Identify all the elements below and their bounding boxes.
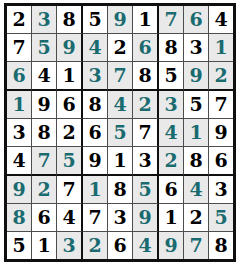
cell-r7c6[interactable]: 5: [133, 176, 159, 204]
cell-r1c9[interactable]: 4: [209, 6, 233, 34]
cell-r1c1[interactable]: 2: [7, 6, 32, 34]
cell-r7c4[interactable]: 1: [83, 176, 108, 204]
cell-r3c1[interactable]: 6: [7, 62, 32, 91]
cell-r7c2[interactable]: 2: [32, 176, 57, 204]
cell-r6c5[interactable]: 1: [108, 147, 133, 176]
cell-r9c7[interactable]: 9: [159, 232, 184, 259]
cell-r2c8[interactable]: 3: [184, 34, 209, 62]
cell-r8c2[interactable]: 6: [32, 204, 57, 232]
cell-r8c4[interactable]: 7: [83, 204, 108, 232]
cell-r9c1[interactable]: 5: [7, 232, 32, 259]
cell-r7c3[interactable]: 7: [57, 176, 83, 204]
cell-r4c5[interactable]: 4: [108, 91, 133, 119]
cell-r5c3[interactable]: 2: [57, 119, 83, 147]
cell-r8c1[interactable]: 8: [7, 204, 32, 232]
cell-r7c5[interactable]: 8: [108, 176, 133, 204]
cell-r8c7[interactable]: 1: [159, 204, 184, 232]
cell-r1c2[interactable]: 3: [32, 6, 57, 34]
cell-r3c7[interactable]: 5: [159, 62, 184, 91]
cell-r2c6[interactable]: 6: [133, 34, 159, 62]
cell-r1c5[interactable]: 9: [108, 6, 133, 34]
cell-r4c2[interactable]: 9: [32, 91, 57, 119]
cell-r3c3[interactable]: 1: [57, 62, 83, 91]
cell-r3c2[interactable]: 4: [32, 62, 57, 91]
sudoku-board: 2385917647594268316413785921968423573826…: [4, 3, 236, 262]
cell-r7c9[interactable]: 3: [209, 176, 233, 204]
cell-r6c3[interactable]: 5: [57, 147, 83, 176]
cell-r5c6[interactable]: 7: [133, 119, 159, 147]
cell-r1c6[interactable]: 1: [133, 6, 159, 34]
cell-r9c4[interactable]: 2: [83, 232, 108, 259]
cell-r6c7[interactable]: 2: [159, 147, 184, 176]
cell-r4c6[interactable]: 2: [133, 91, 159, 119]
cell-r9c2[interactable]: 1: [32, 232, 57, 259]
cell-r1c8[interactable]: 6: [184, 6, 209, 34]
cell-r1c7[interactable]: 7: [159, 6, 184, 34]
cell-r5c1[interactable]: 3: [7, 119, 32, 147]
cell-r2c4[interactable]: 4: [83, 34, 108, 62]
cell-r4c4[interactable]: 8: [83, 91, 108, 119]
cell-r6c4[interactable]: 9: [83, 147, 108, 176]
cell-r9c8[interactable]: 7: [184, 232, 209, 259]
cell-r2c9[interactable]: 1: [209, 34, 233, 62]
cell-r2c5[interactable]: 2: [108, 34, 133, 62]
cell-r6c6[interactable]: 3: [133, 147, 159, 176]
cell-r6c8[interactable]: 8: [184, 147, 209, 176]
cell-r5c4[interactable]: 6: [83, 119, 108, 147]
cell-r7c8[interactable]: 4: [184, 176, 209, 204]
cell-r3c5[interactable]: 7: [108, 62, 133, 91]
cell-r3c4[interactable]: 3: [83, 62, 108, 91]
cell-r9c9[interactable]: 8: [209, 232, 233, 259]
cell-r6c2[interactable]: 7: [32, 147, 57, 176]
cell-r3c8[interactable]: 9: [184, 62, 209, 91]
cell-r3c9[interactable]: 2: [209, 62, 233, 91]
cell-r6c1[interactable]: 4: [7, 147, 32, 176]
cell-r9c3[interactable]: 3: [57, 232, 83, 259]
cell-r2c2[interactable]: 5: [32, 34, 57, 62]
cell-r8c5[interactable]: 3: [108, 204, 133, 232]
cell-r5c9[interactable]: 9: [209, 119, 233, 147]
cell-r9c6[interactable]: 4: [133, 232, 159, 259]
cell-r2c7[interactable]: 8: [159, 34, 184, 62]
cell-r3c6[interactable]: 8: [133, 62, 159, 91]
cell-r2c1[interactable]: 7: [7, 34, 32, 62]
cell-r4c3[interactable]: 6: [57, 91, 83, 119]
cell-r1c4[interactable]: 5: [83, 6, 108, 34]
cell-r8c8[interactable]: 2: [184, 204, 209, 232]
cell-r5c5[interactable]: 5: [108, 119, 133, 147]
cell-r1c3[interactable]: 8: [57, 6, 83, 34]
cell-r4c9[interactable]: 7: [209, 91, 233, 119]
cell-r2c3[interactable]: 9: [57, 34, 83, 62]
cell-r5c8[interactable]: 1: [184, 119, 209, 147]
cell-r8c3[interactable]: 4: [57, 204, 83, 232]
cell-r4c8[interactable]: 5: [184, 91, 209, 119]
cell-r4c7[interactable]: 3: [159, 91, 184, 119]
cell-r4c1[interactable]: 1: [7, 91, 32, 119]
cell-r5c7[interactable]: 4: [159, 119, 184, 147]
cell-r7c1[interactable]: 9: [7, 176, 32, 204]
cell-r7c7[interactable]: 6: [159, 176, 184, 204]
cell-r9c5[interactable]: 6: [108, 232, 133, 259]
cell-r6c9[interactable]: 6: [209, 147, 233, 176]
cell-r8c6[interactable]: 9: [133, 204, 159, 232]
cell-r5c2[interactable]: 8: [32, 119, 57, 147]
cell-r8c9[interactable]: 5: [209, 204, 233, 232]
